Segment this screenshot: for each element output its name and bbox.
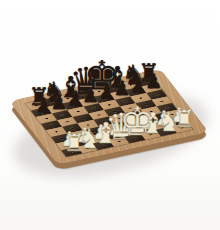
product-photo-stage: ♜♞♝♛♚♝♞♜♟♟♟♟♟♟♟♟♟♟♟♟♟♟♟♟♜♞♝♛♚♝♞♜ xyxy=(0,0,220,230)
